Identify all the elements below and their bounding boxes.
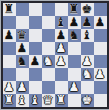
black-rook-a8: ♜ [4,3,15,16]
square-d3[interactable] [42,68,55,81]
square-a8[interactable]: ♜ [3,3,16,16]
square-f8[interactable]: ♜ [68,3,81,16]
square-g3[interactable]: ♞ [81,68,94,81]
black-knight-f6: ♞ [69,29,80,42]
square-g4[interactable]: ♟ [81,55,94,68]
square-e2[interactable] [55,81,68,94]
square-c7[interactable] [29,16,42,29]
square-g2[interactable] [81,81,94,94]
square-a2[interactable]: ♟ [3,81,16,94]
square-h8[interactable] [94,3,107,16]
white-knight-d4: ♞ [43,55,54,68]
white-bishop-c1: ♝ [30,94,41,107]
black-bishop-g6: ♝ [82,29,93,42]
white-knight-g3: ♞ [82,68,93,81]
black-rook-f8: ♜ [69,3,80,16]
square-d6[interactable] [42,29,55,42]
square-b6[interactable]: ♛ [16,29,29,42]
black-queen-b6: ♛ [17,29,28,42]
square-f6[interactable]: ♞ [68,29,81,42]
white-pawn-e4: ♟ [56,55,67,68]
white-pawn-g4: ♟ [82,55,93,68]
chess-board: ♜♜♚♝♟♟♟♟♛♟♞♝♟♟♞♟♞♟♟♞♟♟♟♟♜♝♝♛♜♚ [1,1,109,109]
square-b1[interactable]: ♝ [16,94,29,107]
square-g7[interactable]: ♟ [81,16,94,29]
square-d2[interactable] [42,81,55,94]
chess-diagram-frame: ♜♜♚♝♟♟♟♟♛♟♞♝♟♟♞♟♞♟♟♞♟♟♟♟♜♝♝♛♜♚ [0,0,109,110]
black-pawn-b5: ♟ [17,42,28,55]
square-b3[interactable] [16,68,29,81]
square-a5[interactable] [3,42,16,55]
square-c3[interactable] [29,68,42,81]
square-d1[interactable]: ♛ [42,94,55,107]
black-knight-b4: ♞ [17,55,28,68]
square-f4[interactable] [68,55,81,68]
square-d5[interactable] [42,42,55,55]
square-c2[interactable] [29,81,42,94]
square-b2[interactable]: ♟ [16,81,29,94]
white-pawn-e5: ♟ [56,42,67,55]
square-b5[interactable]: ♟ [16,42,29,55]
square-f1[interactable] [68,94,81,107]
square-h3[interactable]: ♟ [94,68,107,81]
square-e6[interactable]: ♟ [55,29,68,42]
white-pawn-f2: ♟ [69,81,80,94]
square-a1[interactable]: ♜ [3,94,16,107]
square-b4[interactable]: ♞ [16,55,29,68]
black-pawn-a6: ♟ [4,29,15,42]
white-pawn-b2: ♟ [17,81,28,94]
black-pawn-c4: ♟ [30,55,41,68]
square-e5[interactable]: ♟ [55,42,68,55]
square-a3[interactable] [3,68,16,81]
square-d4[interactable]: ♞ [42,55,55,68]
black-king-g8: ♚ [82,3,93,16]
square-h5[interactable] [94,42,107,55]
white-pawn-a2: ♟ [4,81,15,94]
white-queen-d1: ♛ [43,94,54,107]
square-e1[interactable]: ♜ [55,94,68,107]
square-c5[interactable] [29,42,42,55]
square-e3[interactable] [55,68,68,81]
square-h2[interactable] [94,81,107,94]
square-c6[interactable] [29,29,42,42]
square-c8[interactable] [29,3,42,16]
square-a7[interactable] [3,16,16,29]
square-b7[interactable] [16,16,29,29]
black-pawn-h7: ♟ [95,16,106,29]
square-g8[interactable]: ♚ [81,3,94,16]
square-h4[interactable] [94,55,107,68]
square-h1[interactable] [94,94,107,107]
square-g1[interactable]: ♚ [81,94,94,107]
square-h6[interactable] [94,29,107,42]
square-f5[interactable] [68,42,81,55]
square-e8[interactable] [55,3,68,16]
square-b8[interactable] [16,3,29,16]
square-e7[interactable]: ♝ [55,16,68,29]
square-g6[interactable]: ♝ [81,29,94,42]
white-king-g1: ♚ [82,94,93,107]
square-f2[interactable]: ♟ [68,81,81,94]
square-g5[interactable] [81,42,94,55]
black-pawn-g7: ♟ [82,16,93,29]
black-pawn-f7: ♟ [69,16,80,29]
white-pawn-h3: ♟ [95,68,106,81]
square-a6[interactable]: ♟ [3,29,16,42]
black-pawn-e6: ♟ [56,29,67,42]
square-c4[interactable]: ♟ [29,55,42,68]
black-bishop-e7: ♝ [56,16,67,29]
white-rook-a1: ♜ [4,94,15,107]
square-c1[interactable]: ♝ [29,94,42,107]
square-a4[interactable] [3,55,16,68]
square-f3[interactable] [68,68,81,81]
white-rook-e1: ♜ [56,94,67,107]
square-e4[interactable]: ♟ [55,55,68,68]
square-d8[interactable] [42,3,55,16]
square-h7[interactable]: ♟ [94,16,107,29]
square-f7[interactable]: ♟ [68,16,81,29]
square-d7[interactable] [42,16,55,29]
white-bishop-b1: ♝ [17,94,28,107]
